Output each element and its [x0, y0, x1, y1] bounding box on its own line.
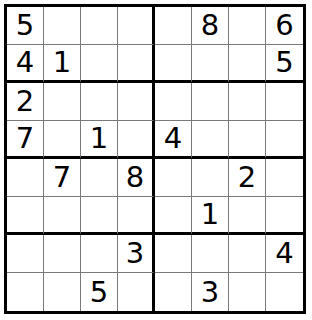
given-digit: 3 [126, 239, 144, 268]
cell-r2c3[interactable] [81, 45, 118, 83]
cell-r8c8[interactable] [266, 273, 303, 311]
given-digit: 1 [201, 200, 219, 229]
cell-r1c7[interactable] [229, 7, 266, 45]
cell-r4c2[interactable] [44, 121, 81, 159]
cell-r8c4[interactable] [118, 273, 155, 311]
cell-r3c3[interactable] [81, 83, 118, 121]
cell-r7c4[interactable]: 3 [118, 235, 155, 273]
cell-r7c5[interactable] [155, 235, 192, 273]
cell-r5c7[interactable]: 2 [229, 159, 266, 197]
cell-r8c3[interactable]: 5 [81, 273, 118, 311]
board-wrapper: 586415271478213453 [0, 0, 312, 318]
cell-r6c7[interactable] [229, 197, 266, 235]
cell-r3c8[interactable] [266, 83, 303, 121]
cell-r6c1[interactable] [7, 197, 44, 235]
cell-r6c4[interactable] [118, 197, 155, 235]
cell-r6c6[interactable]: 1 [192, 197, 229, 235]
cell-r6c3[interactable] [81, 197, 118, 235]
cell-r4c1[interactable]: 7 [7, 121, 44, 159]
cell-r5c5[interactable] [155, 159, 192, 197]
cell-r4c8[interactable] [266, 121, 303, 159]
cell-r3c5[interactable] [155, 83, 192, 121]
cell-r7c2[interactable] [44, 235, 81, 273]
cell-r3c2[interactable] [44, 83, 81, 121]
cell-r1c4[interactable] [118, 7, 155, 45]
cell-r8c7[interactable] [229, 273, 266, 311]
cell-r7c6[interactable] [192, 235, 229, 273]
cell-r8c6[interactable]: 3 [192, 273, 229, 311]
cell-r5c4[interactable]: 8 [118, 159, 155, 197]
given-digit: 8 [201, 11, 219, 40]
given-digit: 3 [201, 278, 219, 307]
given-digit: 4 [16, 48, 34, 77]
cell-r3c4[interactable] [118, 83, 155, 121]
cell-r8c2[interactable] [44, 273, 81, 311]
cell-r6c5[interactable] [155, 197, 192, 235]
given-digit: 4 [275, 239, 293, 268]
cell-r2c4[interactable] [118, 45, 155, 83]
cell-r2c1[interactable]: 4 [7, 45, 44, 83]
given-digit: 4 [164, 124, 182, 153]
given-digit: 7 [16, 124, 34, 153]
cell-r1c3[interactable] [81, 7, 118, 45]
cell-r3c1[interactable]: 2 [7, 83, 44, 121]
cell-r4c7[interactable] [229, 121, 266, 159]
cell-r5c3[interactable] [81, 159, 118, 197]
cell-r2c7[interactable] [229, 45, 266, 83]
given-digit: 5 [90, 278, 108, 307]
cell-r1c2[interactable] [44, 7, 81, 45]
cell-r1c1[interactable]: 5 [7, 7, 44, 45]
cell-r2c6[interactable] [192, 45, 229, 83]
given-digit: 2 [16, 87, 34, 116]
given-digit: 1 [90, 124, 108, 153]
cell-r4c3[interactable]: 1 [81, 121, 118, 159]
cell-r6c8[interactable] [266, 197, 303, 235]
cell-r1c5[interactable] [155, 7, 192, 45]
given-digit: 2 [238, 163, 256, 192]
cell-r8c5[interactable] [155, 273, 192, 311]
cell-r7c1[interactable] [7, 235, 44, 273]
cell-r4c5[interactable]: 4 [155, 121, 192, 159]
cell-r2c2[interactable]: 1 [44, 45, 81, 83]
cell-r1c8[interactable]: 6 [266, 7, 303, 45]
sudoku-board: 586415271478213453 [4, 4, 306, 314]
cell-r8c1[interactable] [7, 273, 44, 311]
cell-r5c6[interactable] [192, 159, 229, 197]
cell-r4c4[interactable] [118, 121, 155, 159]
cell-r7c3[interactable] [81, 235, 118, 273]
given-digit: 5 [275, 48, 293, 77]
given-digit: 7 [53, 163, 71, 192]
given-digit: 6 [275, 11, 293, 40]
cell-r3c7[interactable] [229, 83, 266, 121]
cell-r7c7[interactable] [229, 235, 266, 273]
cell-r5c1[interactable] [7, 159, 44, 197]
given-digit: 8 [126, 163, 144, 192]
cell-r4c6[interactable] [192, 121, 229, 159]
cell-r5c8[interactable] [266, 159, 303, 197]
given-digit: 1 [53, 48, 71, 77]
cell-r1c6[interactable]: 8 [192, 7, 229, 45]
cell-r6c2[interactable] [44, 197, 81, 235]
cell-r2c5[interactable] [155, 45, 192, 83]
cell-r5c2[interactable]: 7 [44, 159, 81, 197]
given-digit: 5 [16, 11, 34, 40]
cell-r7c8[interactable]: 4 [266, 235, 303, 273]
cell-r2c8[interactable]: 5 [266, 45, 303, 83]
cell-r3c6[interactable] [192, 83, 229, 121]
